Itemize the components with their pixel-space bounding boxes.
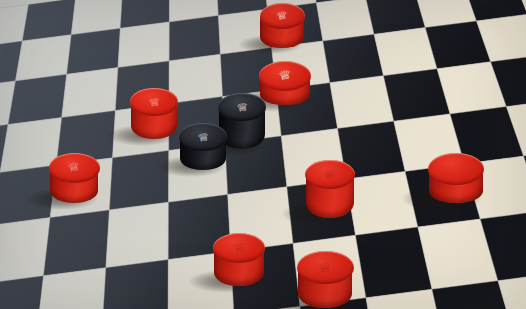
crown-mark-icon: ♕ bbox=[322, 168, 337, 181]
piece-top-face: ♕ bbox=[213, 233, 265, 263]
checker-piece-red-8[interactable]: ♕ bbox=[297, 251, 354, 308]
piece-top-face: ♕ bbox=[305, 160, 355, 189]
checker-piece-red-5[interactable]: ♕ bbox=[305, 160, 355, 218]
piece-top-face: ♕ bbox=[130, 88, 178, 116]
crown-mark-icon: ♕ bbox=[235, 100, 250, 113]
piece-top-face: ♕ bbox=[297, 251, 354, 284]
piece-top-face: ♕ bbox=[260, 3, 305, 29]
checkers-board-scene: ♕♕♕♕♕♕♕♕♕ bbox=[0, 0, 526, 309]
crown-mark-icon: ♕ bbox=[147, 95, 162, 108]
checker-piece-red-6[interactable] bbox=[428, 153, 484, 203]
crown-mark-icon: ♕ bbox=[275, 10, 289, 22]
checker-piece-red-4[interactable]: ♕ bbox=[49, 153, 100, 203]
checker-piece-red-7[interactable]: ♕ bbox=[213, 233, 265, 286]
pieces-layer: ♕♕♕♕♕♕♕♕♕ bbox=[0, 0, 526, 309]
checker-piece-red-2[interactable]: ♕ bbox=[259, 61, 311, 105]
piece-top-face: ♕ bbox=[218, 93, 266, 121]
piece-top-face: ♕ bbox=[49, 153, 100, 183]
crown-mark-icon: ♕ bbox=[231, 241, 247, 255]
piece-top-face: ♕ bbox=[259, 61, 311, 91]
crown-mark-icon: ♕ bbox=[66, 161, 82, 175]
crown-mark-icon: ♕ bbox=[277, 69, 293, 83]
crown-mark-icon: ♕ bbox=[316, 260, 333, 275]
checker-piece-red-3[interactable]: ♕ bbox=[130, 88, 178, 139]
checker-piece-black-2[interactable]: ♕ bbox=[179, 123, 227, 170]
piece-top-face: ♕ bbox=[179, 123, 227, 151]
checker-piece-red-1[interactable]: ♕ bbox=[260, 3, 305, 48]
crown-mark-icon: ♕ bbox=[196, 130, 211, 143]
